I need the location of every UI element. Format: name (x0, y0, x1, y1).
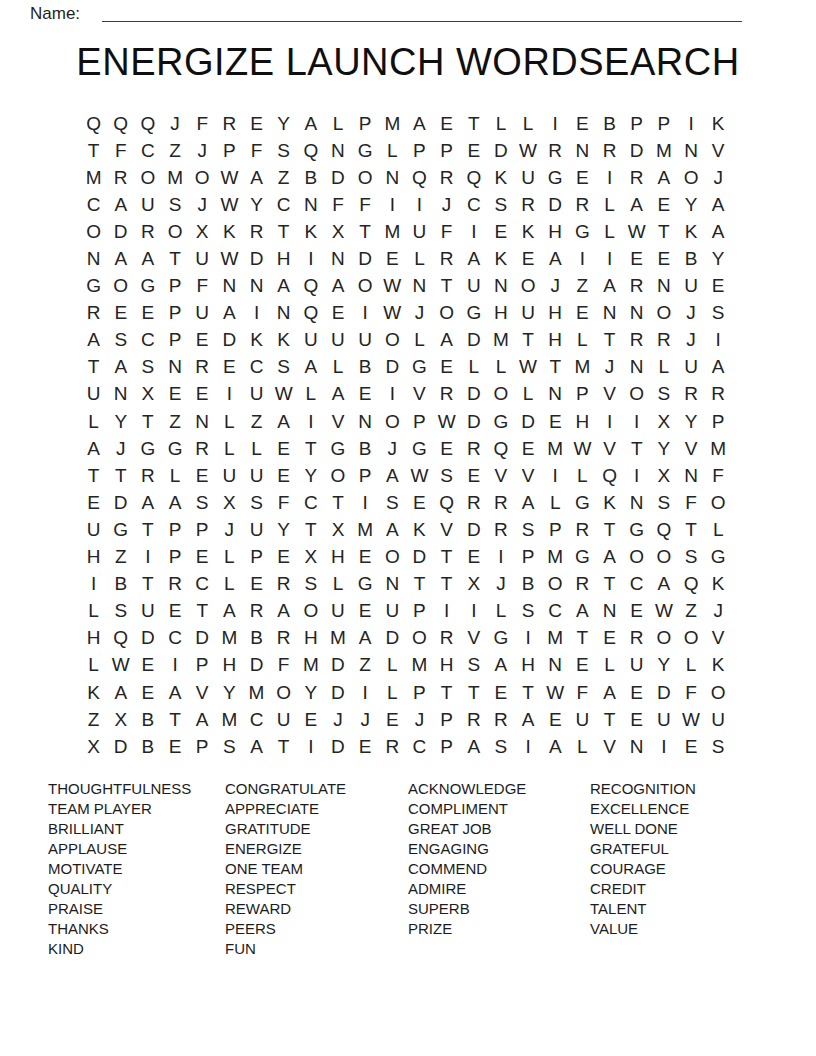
grid-cell: R (460, 706, 487, 733)
grid-cell: F (270, 652, 297, 679)
grid-cell: O (379, 544, 406, 571)
grid-cell: C (243, 706, 270, 733)
word-list-item: SUPERB (408, 899, 526, 919)
grid-cell: E (623, 598, 650, 625)
grid-cell: W (216, 245, 243, 272)
grid-cell: E (677, 733, 704, 760)
grid-cell: A (650, 571, 677, 598)
grid-cell: S (243, 489, 270, 516)
grid-cell: G (80, 273, 107, 300)
grid-cell: Q (487, 435, 514, 462)
grid-cell: D (460, 516, 487, 543)
grid-cell: P (406, 137, 433, 164)
grid-cell: A (487, 652, 514, 679)
grid-cell: T (107, 462, 134, 489)
word-list-item: CREDIT (590, 879, 696, 899)
grid-cell: V (596, 733, 623, 760)
grid-cell: N (297, 191, 324, 218)
grid-cell: Q (433, 489, 460, 516)
grid-cell: D (487, 137, 514, 164)
grid-cell: A (324, 273, 351, 300)
grid-cell: K (270, 327, 297, 354)
grid-cell: S (705, 300, 732, 327)
grid-cell: O (379, 408, 406, 435)
grid-cell: R (80, 300, 107, 327)
grid-cell: Q (297, 273, 324, 300)
grid-cell: U (569, 706, 596, 733)
word-list-column-1: THOUGHTFULNESSTEAM PLAYERBRILLIANTAPPLAU… (48, 779, 191, 959)
grid-cell: B (596, 110, 623, 137)
grid-cell: E (515, 435, 542, 462)
grid-cell: L (324, 110, 351, 137)
grid-cell: H (569, 408, 596, 435)
grid-cell: L (487, 598, 514, 625)
grid-cell: G (406, 354, 433, 381)
grid-cell: E (515, 245, 542, 272)
grid-cell: R (623, 164, 650, 191)
grid-cell: E (569, 164, 596, 191)
grid-cell: G (352, 571, 379, 598)
word-list-item: REWARD (225, 899, 346, 919)
grid-cell: J (161, 110, 188, 137)
grid-cell: I (596, 164, 623, 191)
grid-cell: L (324, 354, 351, 381)
grid-cell: R (243, 218, 270, 245)
name-label: Name: (30, 4, 80, 24)
grid-cell: P (189, 516, 216, 543)
grid-cell: M (650, 137, 677, 164)
grid-cell: Y (270, 110, 297, 137)
grid-cell: V (596, 381, 623, 408)
grid-cell: Q (650, 516, 677, 543)
grid-cell: D (379, 354, 406, 381)
grid-cell: M (324, 625, 351, 652)
grid-cell: K (677, 218, 704, 245)
grid-cell: P (189, 733, 216, 760)
grid-cell: L (515, 381, 542, 408)
grid-cell: J (406, 300, 433, 327)
grid-cell: X (107, 706, 134, 733)
grid-cell: V (433, 516, 460, 543)
grid-cell: U (352, 327, 379, 354)
grid-cell: U (216, 462, 243, 489)
grid-cell: L (297, 381, 324, 408)
grid-cell: Z (161, 408, 188, 435)
word-list-column-3: ACKNOWLEDGECOMPLIMENTGREAT JOBENGAGINGCO… (408, 779, 526, 939)
grid-cell: Y (650, 652, 677, 679)
grid-cell: L (161, 462, 188, 489)
grid-cell: D (542, 191, 569, 218)
grid-cell: T (677, 516, 704, 543)
grid-cell: W (569, 435, 596, 462)
grid-cell: U (515, 164, 542, 191)
grid-cell: T (596, 327, 623, 354)
grid-cell: E (433, 354, 460, 381)
grid-cell: U (297, 327, 324, 354)
grid-cell: D (107, 218, 134, 245)
grid-cell: L (80, 652, 107, 679)
grid-cell: I (569, 245, 596, 272)
grid-cell: T (161, 245, 188, 272)
grid-cell: A (270, 273, 297, 300)
grid-cell: A (80, 435, 107, 462)
grid-cell: R (650, 327, 677, 354)
grid-cell: Q (80, 110, 107, 137)
grid-cell: E (324, 300, 351, 327)
grid-cell: M (406, 652, 433, 679)
grid-cell: O (189, 164, 216, 191)
grid-cell: O (515, 273, 542, 300)
grid-cell: J (487, 571, 514, 598)
grid-cell: U (134, 191, 161, 218)
grid-cell: T (324, 489, 351, 516)
grid-cell: J (705, 598, 732, 625)
grid-cell: T (596, 516, 623, 543)
grid-cell: I (161, 652, 188, 679)
word-list-item: THOUGHTFULNESS (48, 779, 191, 799)
grid-cell: E (243, 110, 270, 137)
word-list-item: CONGRATULATE (225, 779, 346, 799)
grid-cell: D (406, 544, 433, 571)
grid-cell: E (487, 679, 514, 706)
grid-cell: R (623, 273, 650, 300)
grid-cell: L (569, 462, 596, 489)
grid-cell: J (189, 137, 216, 164)
grid-cell: N (107, 381, 134, 408)
grid-cell: T (80, 354, 107, 381)
grid-cell: B (107, 571, 134, 598)
word-list-item: GRATEFUL (590, 839, 696, 859)
grid-cell: G (705, 544, 732, 571)
grid-cell: X (216, 489, 243, 516)
grid-cell: P (406, 679, 433, 706)
grid-cell: E (542, 408, 569, 435)
grid-cell: M (297, 652, 324, 679)
grid-cell: L (596, 191, 623, 218)
grid-cell: E (134, 652, 161, 679)
grid-cell: P (623, 110, 650, 137)
grid-cell: G (569, 544, 596, 571)
grid-cell: I (433, 598, 460, 625)
grid-cell: S (161, 191, 188, 218)
grid-cell: K (487, 164, 514, 191)
grid-cell: N (189, 408, 216, 435)
grid-cell: T (134, 408, 161, 435)
word-list-item: COMPLIMENT (408, 799, 526, 819)
grid-cell: Y (705, 245, 732, 272)
grid-cell: R (487, 706, 514, 733)
grid-cell: T (433, 544, 460, 571)
grid-cell: W (216, 164, 243, 191)
grid-cell: R (433, 164, 460, 191)
grid-cell: N (324, 137, 351, 164)
grid-cell: M (379, 218, 406, 245)
grid-cell: V (596, 435, 623, 462)
grid-cell: N (677, 137, 704, 164)
grid-cell: T (433, 273, 460, 300)
grid-cell: P (161, 300, 188, 327)
grid-cell: V (406, 381, 433, 408)
grid-cell: Y (107, 408, 134, 435)
grid-cell: A (324, 381, 351, 408)
grid-cell: N (623, 489, 650, 516)
grid-cell: J (542, 273, 569, 300)
grid-cell: M (80, 164, 107, 191)
grid-cell: X (324, 218, 351, 245)
grid-cell: R (270, 625, 297, 652)
grid-cell: R (433, 625, 460, 652)
grid-cell: O (705, 489, 732, 516)
grid-cell: O (623, 544, 650, 571)
grid-cell: P (433, 733, 460, 760)
grid-cell: S (189, 489, 216, 516)
grid-cell: U (243, 516, 270, 543)
grid-cell: E (650, 191, 677, 218)
grid-cell: F (189, 273, 216, 300)
grid-cell: I (134, 544, 161, 571)
grid-cell: A (270, 598, 297, 625)
grid-cell: O (379, 327, 406, 354)
grid-cell: H (324, 544, 351, 571)
grid-cell: M (542, 544, 569, 571)
grid-cell: E (460, 462, 487, 489)
grid-cell: R (569, 191, 596, 218)
grid-cell: E (623, 245, 650, 272)
grid-cell: T (650, 218, 677, 245)
grid-cell: G (623, 516, 650, 543)
grid-cell: E (189, 544, 216, 571)
grid-cell: I (515, 625, 542, 652)
word-list-item: ONE TEAM (225, 859, 346, 879)
word-list-item: PRIZE (408, 919, 526, 939)
grid-cell: E (270, 544, 297, 571)
grid-cell: S (379, 489, 406, 516)
grid-cell: R (216, 110, 243, 137)
grid-cell: T (542, 354, 569, 381)
grid-cell: F (677, 679, 704, 706)
grid-cell: C (161, 625, 188, 652)
wordsearch-grid: QQQJFREYALPMAETLLIEBPPIKTFCZJPFSQNGLPPED… (80, 110, 732, 760)
grid-cell: T (596, 571, 623, 598)
grid-cell: P (515, 544, 542, 571)
grid-cell: U (324, 598, 351, 625)
grid-cell: U (705, 706, 732, 733)
grid-cell: Y (297, 679, 324, 706)
grid-cell: P (650, 110, 677, 137)
grid-cell: A (107, 245, 134, 272)
grid-cell: M (542, 625, 569, 652)
grid-cell: N (379, 571, 406, 598)
grid-cell: E (243, 571, 270, 598)
grid-cell: A (596, 679, 623, 706)
grid-cell: R (569, 516, 596, 543)
grid-cell: R (460, 489, 487, 516)
grid-cell: B (352, 435, 379, 462)
grid-cell: E (705, 273, 732, 300)
grid-cell: E (487, 218, 514, 245)
grid-cell: E (569, 300, 596, 327)
word-list-item: RESPECT (225, 879, 346, 899)
grid-cell: N (623, 733, 650, 760)
grid-cell: P (161, 544, 188, 571)
grid-cell: N (352, 408, 379, 435)
grid-cell: D (189, 625, 216, 652)
word-list-item: APPRECIATE (225, 799, 346, 819)
grid-cell: E (134, 679, 161, 706)
grid-cell: E (569, 652, 596, 679)
word-list-item: RECOGNITION (590, 779, 696, 799)
grid-cell: Y (677, 191, 704, 218)
grid-cell: L (569, 327, 596, 354)
grid-cell: S (677, 544, 704, 571)
grid-cell: W (379, 300, 406, 327)
grid-cell: I (352, 489, 379, 516)
grid-cell: E (297, 706, 324, 733)
grid-cell: B (134, 733, 161, 760)
grid-cell: S (134, 354, 161, 381)
grid-cell: Y (270, 516, 297, 543)
grid-cell: L (569, 733, 596, 760)
grid-cell: D (107, 733, 134, 760)
grid-cell: R (487, 516, 514, 543)
grid-cell: J (189, 191, 216, 218)
grid-cell: E (352, 381, 379, 408)
grid-cell: F (433, 218, 460, 245)
grid-cell: G (134, 435, 161, 462)
grid-cell: R (433, 245, 460, 272)
grid-cell: N (596, 300, 623, 327)
grid-cell: A (352, 625, 379, 652)
grid-cell: C (189, 571, 216, 598)
grid-cell: N (324, 245, 351, 272)
grid-cell: R (161, 571, 188, 598)
word-list-item: MOTIVATE (48, 859, 191, 879)
grid-cell: E (433, 435, 460, 462)
grid-cell: M (379, 110, 406, 137)
grid-cell: I (542, 110, 569, 137)
grid-cell: T (189, 598, 216, 625)
word-list-item: COURAGE (590, 859, 696, 879)
grid-cell: H (216, 652, 243, 679)
grid-cell: S (650, 489, 677, 516)
grid-cell: L (515, 110, 542, 137)
grid-cell: U (406, 218, 433, 245)
word-list-item: COMMEND (408, 859, 526, 879)
grid-cell: A (297, 354, 324, 381)
grid-cell: S (433, 462, 460, 489)
grid-cell: A (650, 164, 677, 191)
grid-cell: W (623, 218, 650, 245)
grid-cell: V (460, 625, 487, 652)
grid-cell: Q (677, 571, 704, 598)
grid-cell: T (460, 679, 487, 706)
grid-cell: T (596, 706, 623, 733)
grid-cell: I (487, 544, 514, 571)
grid-cell: D (352, 245, 379, 272)
grid-cell: O (352, 164, 379, 191)
word-list-item: GREAT JOB (408, 819, 526, 839)
grid-cell: L (216, 435, 243, 462)
grid-cell: U (80, 381, 107, 408)
grid-cell: A (107, 354, 134, 381)
grid-cell: L (487, 110, 514, 137)
grid-cell: P (406, 598, 433, 625)
grid-cell: F (189, 110, 216, 137)
grid-cell: P (406, 408, 433, 435)
grid-cell: O (270, 679, 297, 706)
grid-cell: O (297, 598, 324, 625)
grid-cell: L (379, 679, 406, 706)
grid-cell: Q (107, 625, 134, 652)
grid-cell: P (161, 327, 188, 354)
grid-cell: O (324, 462, 351, 489)
grid-cell: F (243, 137, 270, 164)
grid-cell: H (542, 327, 569, 354)
grid-cell: T (515, 679, 542, 706)
grid-cell: P (243, 544, 270, 571)
grid-cell: A (460, 245, 487, 272)
grid-cell: L (80, 408, 107, 435)
grid-cell: R (487, 489, 514, 516)
grid-cell: E (379, 245, 406, 272)
grid-cell: L (650, 354, 677, 381)
grid-cell: I (352, 300, 379, 327)
grid-cell: U (80, 516, 107, 543)
grid-cell: S (515, 598, 542, 625)
grid-cell: F (352, 191, 379, 218)
grid-cell: G (542, 164, 569, 191)
grid-cell: X (297, 544, 324, 571)
grid-cell: J (596, 354, 623, 381)
grid-cell: O (80, 218, 107, 245)
grid-cell: R (596, 137, 623, 164)
word-list-item: GRATITUDE (225, 819, 346, 839)
grid-cell: Q (107, 110, 134, 137)
grid-cell: J (433, 191, 460, 218)
grid-cell: N (379, 164, 406, 191)
grid-cell: P (189, 652, 216, 679)
grid-cell: N (216, 273, 243, 300)
grid-cell: I (379, 381, 406, 408)
grid-cell: N (161, 354, 188, 381)
grid-cell: M (705, 435, 732, 462)
grid-cell: E (189, 462, 216, 489)
grid-cell: E (270, 462, 297, 489)
word-list-column-4: RECOGNITIONEXCELLENCEWELL DONEGRATEFULCO… (590, 779, 696, 939)
grid-cell: N (406, 273, 433, 300)
grid-cell: U (460, 273, 487, 300)
grid-cell: D (107, 489, 134, 516)
grid-cell: S (650, 381, 677, 408)
grid-cell: J (216, 516, 243, 543)
grid-cell: T (161, 706, 188, 733)
grid-cell: T (433, 571, 460, 598)
word-list-item: KIND (48, 939, 191, 959)
grid-cell: J (705, 164, 732, 191)
grid-cell: X (460, 571, 487, 598)
grid-cell: S (487, 733, 514, 760)
grid-cell: A (243, 164, 270, 191)
grid-cell: M (569, 354, 596, 381)
grid-cell: H (270, 245, 297, 272)
grid-cell: N (569, 137, 596, 164)
grid-cell: I (677, 110, 704, 137)
grid-cell: P (352, 110, 379, 137)
grid-cell: O (650, 300, 677, 327)
grid-cell: A (161, 489, 188, 516)
grid-cell: U (379, 598, 406, 625)
grid-cell: K (297, 218, 324, 245)
